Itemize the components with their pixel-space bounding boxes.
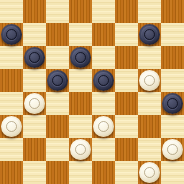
square-e5[interactable] [92, 69, 115, 92]
square-g2 [138, 138, 161, 161]
square-a1[interactable] [0, 161, 23, 184]
square-d8[interactable] [69, 0, 92, 23]
square-h2[interactable] [161, 138, 184, 161]
square-a7[interactable] [0, 23, 23, 46]
square-h8[interactable] [161, 0, 184, 23]
square-c7[interactable] [46, 23, 69, 46]
square-d6[interactable] [69, 46, 92, 69]
square-a4 [0, 92, 23, 115]
square-h6[interactable] [161, 46, 184, 69]
square-b4[interactable] [23, 92, 46, 115]
square-a2 [0, 138, 23, 161]
square-b7 [23, 23, 46, 46]
square-c6 [46, 46, 69, 69]
square-a6 [0, 46, 23, 69]
square-f2[interactable] [115, 138, 138, 161]
square-e4 [92, 92, 115, 115]
square-b5 [23, 69, 46, 92]
white-man-piece[interactable] [1, 116, 22, 137]
square-g5[interactable] [138, 69, 161, 92]
square-h4[interactable] [161, 92, 184, 115]
white-man-piece[interactable] [93, 116, 114, 137]
square-a5[interactable] [0, 69, 23, 92]
square-c1[interactable] [46, 161, 69, 184]
square-d5 [69, 69, 92, 92]
square-c2 [46, 138, 69, 161]
square-f5 [115, 69, 138, 92]
square-b8[interactable] [23, 0, 46, 23]
square-h7 [161, 23, 184, 46]
square-a3[interactable] [0, 115, 23, 138]
square-b3 [23, 115, 46, 138]
square-c8 [46, 0, 69, 23]
white-man-piece[interactable] [139, 70, 160, 91]
square-e3[interactable] [92, 115, 115, 138]
black-man-piece[interactable] [47, 70, 68, 91]
square-d7 [69, 23, 92, 46]
square-c4 [46, 92, 69, 115]
square-e6 [92, 46, 115, 69]
square-c3[interactable] [46, 115, 69, 138]
black-man-piece[interactable] [1, 24, 22, 45]
square-f8[interactable] [115, 0, 138, 23]
square-c5[interactable] [46, 69, 69, 92]
square-f7 [115, 23, 138, 46]
square-g7[interactable] [138, 23, 161, 46]
square-h5 [161, 69, 184, 92]
square-g3[interactable] [138, 115, 161, 138]
black-man-piece[interactable] [24, 47, 45, 68]
square-d4[interactable] [69, 92, 92, 115]
black-man-piece[interactable] [93, 70, 114, 91]
square-f3 [115, 115, 138, 138]
square-d1 [69, 161, 92, 184]
square-h1 [161, 161, 184, 184]
square-b2[interactable] [23, 138, 46, 161]
white-man-piece[interactable] [139, 162, 160, 183]
black-man-piece[interactable] [70, 47, 91, 68]
square-g4 [138, 92, 161, 115]
square-f1 [115, 161, 138, 184]
black-man-piece[interactable] [139, 24, 160, 45]
white-man-piece[interactable] [70, 139, 91, 160]
square-e2 [92, 138, 115, 161]
square-d3 [69, 115, 92, 138]
white-man-piece[interactable] [162, 139, 183, 160]
square-e8 [92, 0, 115, 23]
white-man-piece[interactable] [24, 93, 45, 114]
checkers-board [0, 0, 184, 184]
square-g8 [138, 0, 161, 23]
square-g6 [138, 46, 161, 69]
square-d2[interactable] [69, 138, 92, 161]
square-a8 [0, 0, 23, 23]
square-g1[interactable] [138, 161, 161, 184]
square-f4[interactable] [115, 92, 138, 115]
square-f6[interactable] [115, 46, 138, 69]
black-man-piece[interactable] [162, 93, 183, 114]
square-e7[interactable] [92, 23, 115, 46]
square-b1 [23, 161, 46, 184]
square-b6[interactable] [23, 46, 46, 69]
square-h3 [161, 115, 184, 138]
square-e1[interactable] [92, 161, 115, 184]
